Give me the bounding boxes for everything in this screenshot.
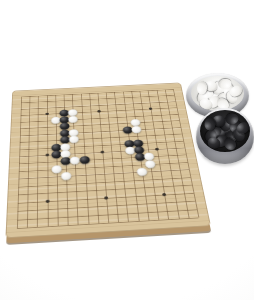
white-stones-heap	[191, 76, 244, 111]
white-stone	[136, 168, 147, 177]
hoshi-point	[45, 113, 48, 116]
black-stones-bowl	[196, 108, 254, 164]
white-stone	[145, 160, 156, 168]
white-stone	[61, 172, 71, 181]
go-board	[5, 83, 211, 239]
hoshi-point	[97, 110, 101, 113]
white-stone	[69, 136, 79, 144]
hoshi-point	[149, 108, 153, 111]
board-grid-line	[17, 97, 22, 229]
black-stone	[79, 156, 89, 164]
hoshi-point	[45, 154, 49, 157]
board-grid-line	[37, 96, 39, 227]
hoshi-point	[45, 199, 49, 202]
white-stone	[51, 165, 61, 173]
white-stone	[68, 116, 78, 123]
white-stone	[131, 126, 141, 134]
hoshi-point	[101, 151, 105, 154]
board-grid	[17, 89, 198, 228]
hoshi-point	[162, 193, 166, 196]
hoshi-point	[104, 196, 108, 199]
board-grid-line	[27, 96, 30, 227]
black-stones-heap	[200, 110, 250, 152]
board-grid-line	[55, 95, 58, 226]
hoshi-point	[155, 148, 159, 151]
go-set-photo	[0, 0, 254, 300]
board-grid-line	[89, 93, 99, 223]
